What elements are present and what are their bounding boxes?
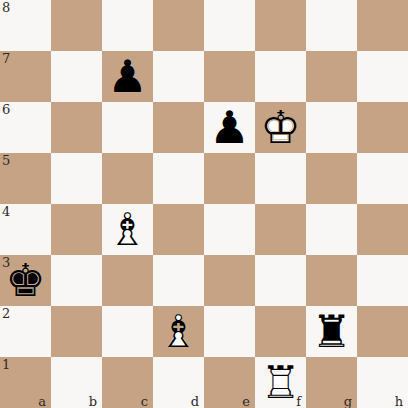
square-f4[interactable]: [255, 204, 306, 255]
file-label-d: d: [191, 394, 199, 408]
square-c6[interactable]: [102, 102, 153, 153]
square-e3[interactable]: [204, 255, 255, 306]
square-c7[interactable]: ♟: [102, 51, 153, 102]
square-h3[interactable]: [357, 255, 408, 306]
rank-label-5: 5: [2, 153, 10, 168]
rank-label-4: 4: [2, 204, 10, 219]
square-b8[interactable]: [51, 0, 102, 51]
square-d2[interactable]: ♝♗: [153, 306, 204, 357]
chess-board: 87♟6♟♚♔54♝♗3♚2♝♗♜1abcdef♜♖gh: [0, 0, 408, 408]
square-g7[interactable]: [306, 51, 357, 102]
square-e8[interactable]: [204, 0, 255, 51]
square-e7[interactable]: [204, 51, 255, 102]
square-d3[interactable]: [153, 255, 204, 306]
white-bishop-d2[interactable]: ♝♗: [153, 306, 204, 357]
black-pawn-c7[interactable]: ♟: [102, 51, 153, 102]
square-b5[interactable]: [51, 153, 102, 204]
square-b1[interactable]: b: [51, 357, 102, 408]
square-g4[interactable]: [306, 204, 357, 255]
square-c5[interactable]: [102, 153, 153, 204]
square-a2[interactable]: 2: [0, 306, 51, 357]
white-bishop-c4[interactable]: ♝♗: [102, 204, 153, 255]
square-b7[interactable]: [51, 51, 102, 102]
square-c8[interactable]: [102, 0, 153, 51]
black-pawn-glyph: ♟: [102, 51, 153, 102]
file-label-g: g: [344, 394, 352, 408]
rank-label-8: 8: [2, 0, 10, 15]
white-rook-outline-glyph: ♖: [255, 357, 306, 408]
white-king-f6[interactable]: ♚♔: [255, 102, 306, 153]
file-label-e: e: [242, 394, 250, 408]
black-rook-g2[interactable]: ♜: [306, 306, 357, 357]
square-g3[interactable]: [306, 255, 357, 306]
square-f2[interactable]: [255, 306, 306, 357]
square-e5[interactable]: [204, 153, 255, 204]
file-label-a: a: [38, 394, 46, 408]
square-b4[interactable]: [51, 204, 102, 255]
square-a3[interactable]: 3♚: [0, 255, 51, 306]
square-e1[interactable]: e: [204, 357, 255, 408]
black-king-glyph: ♚: [0, 255, 51, 306]
square-g2[interactable]: ♜: [306, 306, 357, 357]
rank-label-1: 1: [2, 357, 10, 372]
square-e4[interactable]: [204, 204, 255, 255]
square-d7[interactable]: [153, 51, 204, 102]
square-a7[interactable]: 7: [0, 51, 51, 102]
square-f5[interactable]: [255, 153, 306, 204]
square-d5[interactable]: [153, 153, 204, 204]
square-g5[interactable]: [306, 153, 357, 204]
square-h7[interactable]: [357, 51, 408, 102]
square-g6[interactable]: [306, 102, 357, 153]
square-h2[interactable]: [357, 306, 408, 357]
square-c1[interactable]: c: [102, 357, 153, 408]
square-b2[interactable]: [51, 306, 102, 357]
rank-label-7: 7: [2, 51, 10, 66]
square-d8[interactable]: [153, 0, 204, 51]
black-rook-glyph: ♜: [306, 306, 357, 357]
square-b3[interactable]: [51, 255, 102, 306]
square-a8[interactable]: 8: [0, 0, 51, 51]
square-f7[interactable]: [255, 51, 306, 102]
square-c3[interactable]: [102, 255, 153, 306]
file-label-b: b: [89, 394, 97, 408]
square-d1[interactable]: d: [153, 357, 204, 408]
square-h4[interactable]: [357, 204, 408, 255]
square-e2[interactable]: [204, 306, 255, 357]
square-f3[interactable]: [255, 255, 306, 306]
black-pawn-e6[interactable]: ♟: [204, 102, 255, 153]
white-bishop-outline-glyph: ♗: [102, 204, 153, 255]
square-h5[interactable]: [357, 153, 408, 204]
square-f8[interactable]: [255, 0, 306, 51]
white-king-outline-glyph: ♔: [255, 102, 306, 153]
rank-label-6: 6: [2, 102, 10, 117]
white-rook-f1[interactable]: ♜♖: [255, 357, 306, 408]
rank-label-2: 2: [2, 306, 10, 321]
square-c2[interactable]: [102, 306, 153, 357]
square-b6[interactable]: [51, 102, 102, 153]
white-bishop-outline-glyph: ♗: [153, 306, 204, 357]
black-king-a3[interactable]: ♚: [0, 255, 51, 306]
square-d4[interactable]: [153, 204, 204, 255]
square-a4[interactable]: 4: [0, 204, 51, 255]
square-h6[interactable]: [357, 102, 408, 153]
square-g8[interactable]: [306, 0, 357, 51]
black-pawn-glyph: ♟: [204, 102, 255, 153]
square-a1[interactable]: 1a: [0, 357, 51, 408]
square-f6[interactable]: ♚♔: [255, 102, 306, 153]
square-h1[interactable]: h: [357, 357, 408, 408]
square-a6[interactable]: 6: [0, 102, 51, 153]
square-c4[interactable]: ♝♗: [102, 204, 153, 255]
square-f1[interactable]: f♜♖: [255, 357, 306, 408]
square-e6[interactable]: ♟: [204, 102, 255, 153]
square-d6[interactable]: [153, 102, 204, 153]
file-label-h: h: [395, 394, 403, 408]
square-g1[interactable]: g: [306, 357, 357, 408]
square-h8[interactable]: [357, 0, 408, 51]
square-a5[interactable]: 5: [0, 153, 51, 204]
file-label-c: c: [141, 394, 148, 408]
